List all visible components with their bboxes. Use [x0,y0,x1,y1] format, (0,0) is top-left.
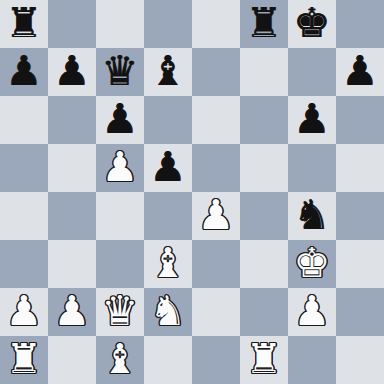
square-e6[interactable] [192,96,240,144]
white-pawn[interactable]: ♟ [102,147,139,188]
square-d2[interactable]: ♞ [144,288,192,336]
square-c5[interactable]: ♟ [96,144,144,192]
square-f3[interactable] [240,240,288,288]
square-e7[interactable] [192,48,240,96]
square-g1[interactable] [288,336,336,384]
square-a2[interactable]: ♟ [0,288,48,336]
black-pawn[interactable]: ♟ [342,51,379,92]
square-b1[interactable] [48,336,96,384]
black-knight[interactable]: ♞ [294,195,331,236]
square-h1[interactable] [336,336,384,384]
square-b7[interactable]: ♟ [48,48,96,96]
square-g2[interactable]: ♟ [288,288,336,336]
square-b5[interactable] [48,144,96,192]
square-g7[interactable] [288,48,336,96]
square-b2[interactable]: ♟ [48,288,96,336]
square-c8[interactable] [96,0,144,48]
square-f4[interactable] [240,192,288,240]
square-b3[interactable] [48,240,96,288]
square-a1[interactable]: ♜ [0,336,48,384]
black-pawn[interactable]: ♟ [150,147,187,188]
black-queen[interactable]: ♛ [102,51,139,92]
square-a8[interactable]: ♜ [0,0,48,48]
square-h4[interactable] [336,192,384,240]
square-h7[interactable]: ♟ [336,48,384,96]
black-pawn[interactable]: ♟ [54,51,91,92]
square-c7[interactable]: ♛ [96,48,144,96]
square-c3[interactable] [96,240,144,288]
black-king[interactable]: ♚ [294,3,331,44]
square-b4[interactable] [48,192,96,240]
square-a7[interactable]: ♟ [0,48,48,96]
square-f8[interactable]: ♜ [240,0,288,48]
square-d5[interactable]: ♟ [144,144,192,192]
square-g3[interactable]: ♚ [288,240,336,288]
square-e5[interactable] [192,144,240,192]
black-pawn[interactable]: ♟ [294,99,331,140]
square-b6[interactable] [48,96,96,144]
square-g6[interactable]: ♟ [288,96,336,144]
square-e3[interactable] [192,240,240,288]
square-b8[interactable] [48,0,96,48]
square-h6[interactable] [336,96,384,144]
square-a3[interactable] [0,240,48,288]
square-h3[interactable] [336,240,384,288]
white-rook[interactable]: ♜ [6,339,43,380]
square-e1[interactable] [192,336,240,384]
square-d3[interactable]: ♝ [144,240,192,288]
square-c6[interactable]: ♟ [96,96,144,144]
white-pawn[interactable]: ♟ [54,291,91,332]
black-rook[interactable]: ♜ [246,3,283,44]
white-knight[interactable]: ♞ [150,291,187,332]
square-d8[interactable] [144,0,192,48]
square-f5[interactable] [240,144,288,192]
square-e4[interactable]: ♟ [192,192,240,240]
white-king[interactable]: ♚ [294,243,331,284]
square-h8[interactable] [336,0,384,48]
square-h5[interactable] [336,144,384,192]
square-c4[interactable] [96,192,144,240]
square-e8[interactable] [192,0,240,48]
square-c2[interactable]: ♛ [96,288,144,336]
square-g4[interactable]: ♞ [288,192,336,240]
white-pawn[interactable]: ♟ [198,195,235,236]
white-pawn[interactable]: ♟ [6,291,43,332]
square-f1[interactable]: ♜ [240,336,288,384]
white-bishop[interactable]: ♝ [102,339,139,380]
black-pawn[interactable]: ♟ [6,51,43,92]
square-f7[interactable] [240,48,288,96]
square-d4[interactable] [144,192,192,240]
chess-board: ♜♜♚♟♟♛♝♟♟♟♟♟♟♞♝♚♟♟♛♞♟♜♝♜ [0,0,384,384]
white-rook[interactable]: ♜ [246,339,283,380]
square-c1[interactable]: ♝ [96,336,144,384]
square-g8[interactable]: ♚ [288,0,336,48]
square-e2[interactable] [192,288,240,336]
square-a6[interactable] [0,96,48,144]
square-d1[interactable] [144,336,192,384]
square-d6[interactable] [144,96,192,144]
white-queen[interactable]: ♛ [102,291,139,332]
square-f2[interactable] [240,288,288,336]
white-pawn[interactable]: ♟ [294,291,331,332]
black-pawn[interactable]: ♟ [102,99,139,140]
black-rook[interactable]: ♜ [6,3,43,44]
square-d7[interactable]: ♝ [144,48,192,96]
square-h2[interactable] [336,288,384,336]
square-a4[interactable] [0,192,48,240]
black-bishop[interactable]: ♝ [150,51,187,92]
square-f6[interactable] [240,96,288,144]
white-bishop[interactable]: ♝ [150,243,187,284]
square-g5[interactable] [288,144,336,192]
square-a5[interactable] [0,144,48,192]
